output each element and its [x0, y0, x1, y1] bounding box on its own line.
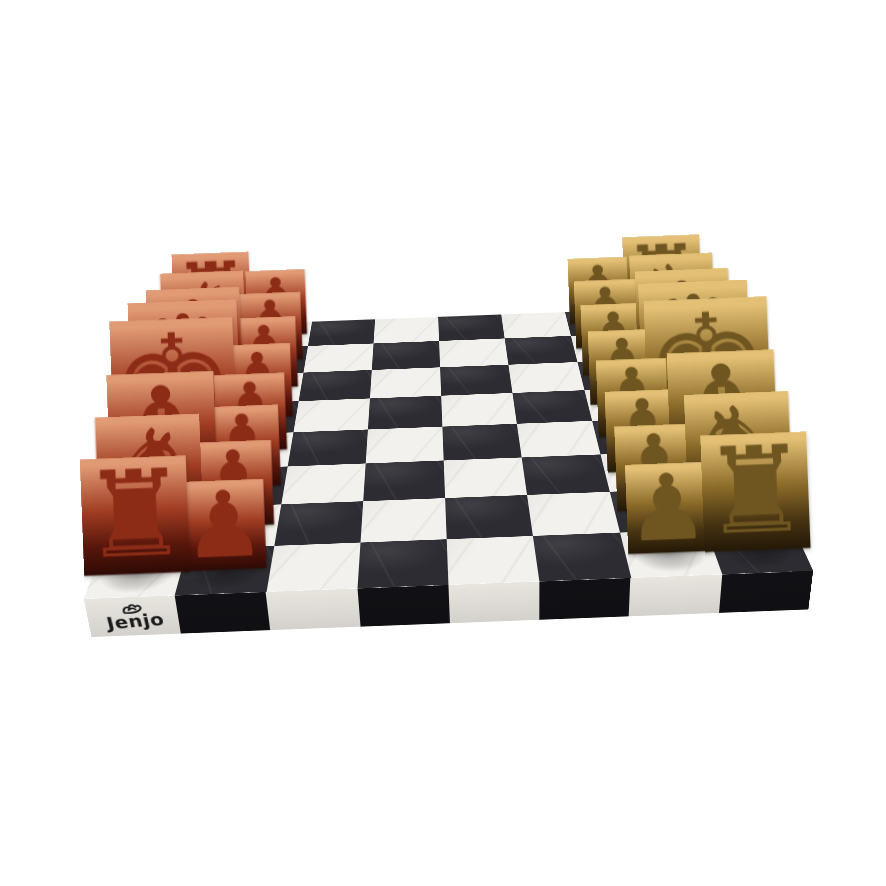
square-e2[interactable] [209, 432, 293, 469]
square-f7[interactable] [600, 452, 691, 492]
product-photo-stage: Jenjo ♜♞♝♛♚♝♞♜♟♟♟♟♟♟♟♟♟♟♟♟♟♟♟♟♜♞♝♛♚♝♞♜ [0, 0, 886, 886]
square-c7[interactable] [577, 359, 655, 390]
square-f8[interactable] [678, 449, 773, 489]
square-g6[interactable] [527, 492, 619, 536]
square-c8[interactable] [646, 357, 727, 388]
square-b4[interactable] [372, 341, 440, 370]
square-e1[interactable] [131, 435, 219, 472]
square-f6[interactable] [522, 455, 609, 495]
square-e3[interactable] [287, 429, 367, 466]
square-d8[interactable] [655, 385, 741, 418]
square-e6[interactable] [517, 421, 600, 458]
square-b1[interactable] [166, 349, 242, 378]
square-a5[interactable] [438, 314, 505, 341]
camera-tilt-wrapper: Jenjo ♜♞♝♛♚♝♞♜♟♟♟♟♟♟♟♟♟♟♟♟♟♟♟♟♜♞♝♛♚♝♞♜ [0, 0, 886, 886]
square-a4[interactable] [373, 317, 439, 344]
square-f4[interactable] [363, 461, 445, 501]
square-f1[interactable] [117, 470, 209, 511]
square-h3[interactable] [266, 542, 360, 591]
square-c2[interactable] [227, 372, 303, 403]
square-g4[interactable] [360, 498, 446, 543]
square-d2[interactable] [218, 401, 298, 435]
square-c3[interactable] [298, 370, 371, 401]
square-c1[interactable] [155, 375, 234, 407]
square-g2[interactable] [187, 504, 280, 549]
square-b5[interactable] [439, 338, 508, 367]
square-g1[interactable] [101, 507, 199, 552]
square-g7[interactable] [609, 488, 706, 532]
square-c6[interactable] [509, 362, 584, 393]
square-a3[interactable] [308, 319, 375, 346]
square-d6[interactable] [513, 390, 592, 424]
square-d1[interactable] [144, 404, 227, 438]
square-e8[interactable] [666, 415, 756, 451]
square-e7[interactable] [592, 418, 679, 455]
square-f2[interactable] [199, 467, 287, 508]
square-d3[interactable] [293, 398, 370, 432]
square-f3[interactable] [281, 464, 366, 505]
brand-logo: Jenjo [91, 596, 176, 637]
square-b2[interactable] [235, 346, 308, 375]
square-a7[interactable] [565, 310, 637, 336]
square-a2[interactable] [242, 322, 312, 349]
square-d4[interactable] [368, 396, 443, 430]
logo-text: Jenjo [105, 611, 166, 632]
square-c4[interactable] [370, 367, 441, 398]
square-h6[interactable] [533, 532, 631, 581]
square-a8[interactable] [628, 307, 702, 333]
square-b3[interactable] [303, 344, 373, 373]
chess-board-3d: Jenjo ♜♞♝♛♚♝♞♜♟♟♟♟♟♟♟♟♟♟♟♟♟♟♟♟♜♞♝♛♚♝♞♜ [84, 307, 813, 599]
square-b8[interactable] [636, 331, 714, 359]
square-g5[interactable] [445, 495, 533, 539]
square-h1[interactable] [84, 549, 188, 599]
square-b7[interactable] [571, 333, 646, 361]
square-g3[interactable] [274, 501, 363, 546]
square-h4[interactable] [357, 539, 448, 588]
square-a1[interactable] [176, 324, 248, 351]
square-d7[interactable] [584, 387, 666, 420]
square-a6[interactable] [501, 312, 570, 338]
square-e5[interactable] [442, 424, 522, 461]
square-b6[interactable] [505, 336, 577, 365]
square-h5[interactable] [447, 536, 540, 585]
square-f5[interactable] [444, 458, 528, 498]
square-h2[interactable] [175, 546, 274, 596]
square-h7[interactable] [620, 529, 722, 578]
chess-board [84, 307, 813, 599]
square-c5[interactable] [440, 365, 513, 396]
square-d5[interactable] [441, 393, 517, 427]
square-e4[interactable] [365, 427, 443, 464]
